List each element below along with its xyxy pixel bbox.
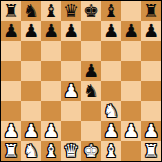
- piece-black-pawn[interactable]: ♟: [43, 21, 59, 41]
- square-d5[interactable]: [61, 61, 81, 81]
- square-c8[interactable]: ♝: [41, 1, 61, 21]
- square-d1[interactable]: ♛: [61, 141, 81, 161]
- square-e8[interactable]: ♚: [81, 1, 101, 21]
- piece-black-pawn[interactable]: ♟: [83, 61, 99, 81]
- square-e6[interactable]: [81, 41, 101, 61]
- square-a8[interactable]: ♜: [1, 1, 21, 21]
- piece-black-pawn[interactable]: ♟: [143, 21, 159, 41]
- square-f8[interactable]: ♝: [101, 1, 121, 21]
- square-c2[interactable]: ♟: [41, 121, 61, 141]
- square-a6[interactable]: [1, 41, 21, 61]
- square-a2[interactable]: ♟: [1, 121, 21, 141]
- square-b8[interactable]: ♞: [21, 1, 41, 21]
- piece-white-pawn[interactable]: ♟: [63, 81, 79, 101]
- square-h6[interactable]: [141, 41, 161, 61]
- piece-white-pawn[interactable]: ♟: [143, 121, 159, 141]
- piece-black-pawn[interactable]: ♟: [63, 21, 79, 41]
- piece-black-pawn[interactable]: ♟: [3, 21, 19, 41]
- piece-black-bishop[interactable]: ♝: [43, 1, 59, 21]
- piece-black-knight[interactable]: ♞: [83, 81, 99, 101]
- piece-white-pawn[interactable]: ♟: [3, 121, 19, 141]
- square-c1[interactable]: ♝: [41, 141, 61, 161]
- square-f7[interactable]: ♟: [101, 21, 121, 41]
- piece-white-bishop[interactable]: ♝: [43, 141, 59, 161]
- square-e7[interactable]: [81, 21, 101, 41]
- chess-board: ♜♞♝♛♚♝♜♟♟♟♟♟♟♟♟♟♞♞♟♟♟♟♟♟♜♞♝♛♚♝♜: [0, 0, 162, 162]
- square-h4[interactable]: [141, 81, 161, 101]
- square-d8[interactable]: ♛: [61, 1, 81, 21]
- square-g1[interactable]: [121, 141, 141, 161]
- square-b2[interactable]: ♟: [21, 121, 41, 141]
- square-e2[interactable]: [81, 121, 101, 141]
- square-f5[interactable]: [101, 61, 121, 81]
- piece-black-pawn[interactable]: ♟: [103, 21, 119, 41]
- square-g2[interactable]: ♟: [121, 121, 141, 141]
- square-f3[interactable]: ♞: [101, 101, 121, 121]
- piece-white-rook[interactable]: ♜: [3, 141, 19, 161]
- piece-black-queen[interactable]: ♛: [63, 1, 79, 21]
- square-h5[interactable]: [141, 61, 161, 81]
- square-b6[interactable]: [21, 41, 41, 61]
- square-c6[interactable]: [41, 41, 61, 61]
- square-e1[interactable]: ♚: [81, 141, 101, 161]
- square-f4[interactable]: [101, 81, 121, 101]
- piece-black-bishop[interactable]: ♝: [103, 1, 119, 21]
- piece-black-knight[interactable]: ♞: [23, 1, 39, 21]
- square-f6[interactable]: [101, 41, 121, 61]
- piece-black-king[interactable]: ♚: [83, 1, 99, 21]
- square-g5[interactable]: [121, 61, 141, 81]
- square-g3[interactable]: [121, 101, 141, 121]
- piece-white-queen[interactable]: ♛: [63, 141, 79, 161]
- piece-white-pawn[interactable]: ♟: [43, 121, 59, 141]
- square-g7[interactable]: ♟: [121, 21, 141, 41]
- piece-white-king[interactable]: ♚: [83, 141, 99, 161]
- piece-black-rook[interactable]: ♜: [3, 1, 19, 21]
- square-h3[interactable]: [141, 101, 161, 121]
- square-a3[interactable]: [1, 101, 21, 121]
- square-d6[interactable]: [61, 41, 81, 61]
- square-h2[interactable]: ♟: [141, 121, 161, 141]
- piece-white-knight[interactable]: ♞: [103, 101, 119, 121]
- piece-white-pawn[interactable]: ♟: [103, 121, 119, 141]
- square-e4[interactable]: ♞: [81, 81, 101, 101]
- square-f2[interactable]: ♟: [101, 121, 121, 141]
- piece-black-rook[interactable]: ♜: [143, 1, 159, 21]
- square-b1[interactable]: ♞: [21, 141, 41, 161]
- square-a1[interactable]: ♜: [1, 141, 21, 161]
- square-g6[interactable]: [121, 41, 141, 61]
- square-a4[interactable]: [1, 81, 21, 101]
- square-b4[interactable]: [21, 81, 41, 101]
- square-c7[interactable]: ♟: [41, 21, 61, 41]
- piece-white-knight[interactable]: ♞: [23, 141, 39, 161]
- square-a7[interactable]: ♟: [1, 21, 21, 41]
- square-e3[interactable]: [81, 101, 101, 121]
- square-a5[interactable]: [1, 61, 21, 81]
- square-c5[interactable]: [41, 61, 61, 81]
- square-g4[interactable]: [121, 81, 141, 101]
- piece-black-pawn[interactable]: ♟: [123, 21, 139, 41]
- piece-white-rook[interactable]: ♜: [143, 141, 159, 161]
- square-c4[interactable]: [41, 81, 61, 101]
- square-h7[interactable]: ♟: [141, 21, 161, 41]
- square-b3[interactable]: [21, 101, 41, 121]
- square-d7[interactable]: ♟: [61, 21, 81, 41]
- chess-board-window: ♜♞♝♛♚♝♜♟♟♟♟♟♟♟♟♟♞♞♟♟♟♟♟♟♜♞♝♛♚♝♜: [0, 0, 162, 162]
- square-d4[interactable]: ♟: [61, 81, 81, 101]
- square-c3[interactable]: [41, 101, 61, 121]
- square-e5[interactable]: ♟: [81, 61, 101, 81]
- piece-white-bishop[interactable]: ♝: [103, 141, 119, 161]
- square-b5[interactable]: [21, 61, 41, 81]
- square-d2[interactable]: [61, 121, 81, 141]
- square-b7[interactable]: ♟: [21, 21, 41, 41]
- square-g8[interactable]: [121, 1, 141, 21]
- square-h1[interactable]: ♜: [141, 141, 161, 161]
- piece-white-pawn[interactable]: ♟: [123, 121, 139, 141]
- piece-black-pawn[interactable]: ♟: [23, 21, 39, 41]
- square-h8[interactable]: ♜: [141, 1, 161, 21]
- piece-white-pawn[interactable]: ♟: [23, 121, 39, 141]
- square-f1[interactable]: ♝: [101, 141, 121, 161]
- square-d3[interactable]: [61, 101, 81, 121]
